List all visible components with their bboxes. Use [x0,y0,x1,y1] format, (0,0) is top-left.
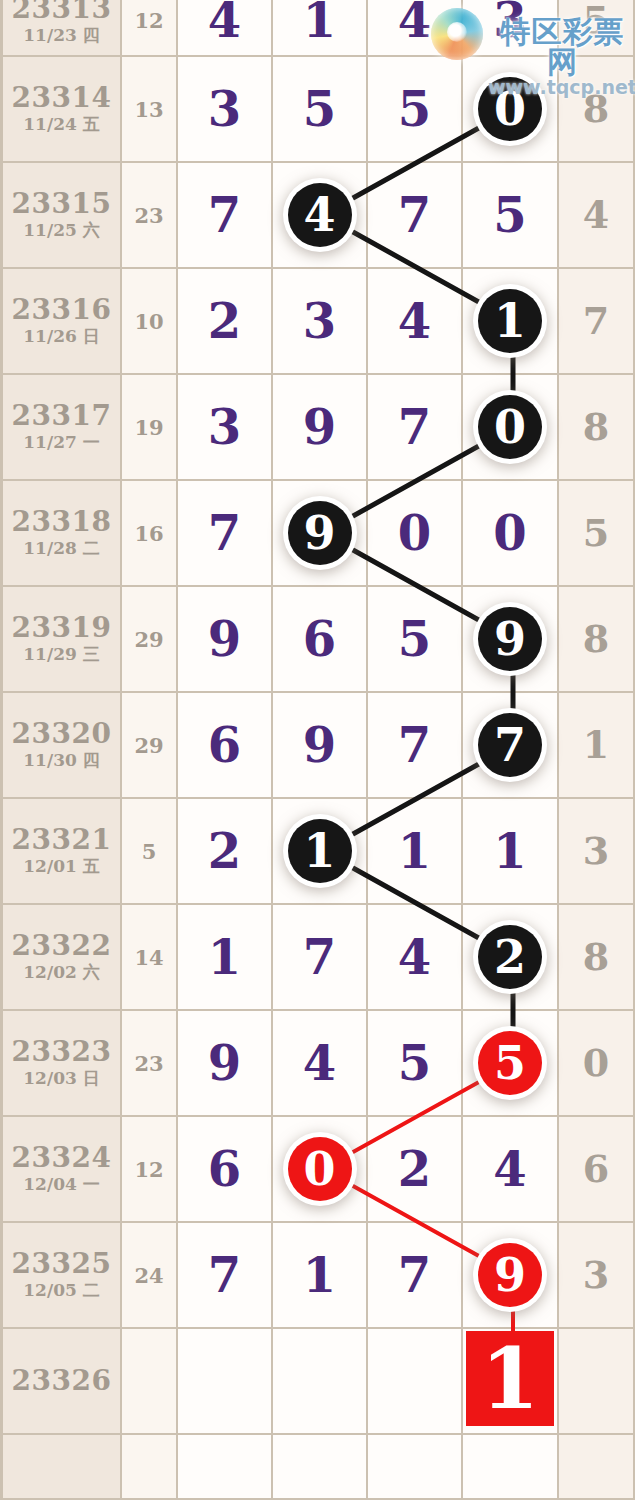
digit-cell: 6 [178,1117,273,1223]
table-row: 2331511/25 六2374754 [3,163,635,269]
draw-number: 23316 [12,294,112,326]
right-value: 5 [583,1,609,39]
right-value-cell: 1 [559,693,635,799]
draw-number: 23325 [12,1248,112,1280]
digit-cell [273,1435,368,1500]
table-row: 2332412/04 一1260246 [3,1117,635,1223]
digit: 2 [208,827,241,875]
left-value-cell: 10 [122,269,178,375]
highlight-circle: 2 [478,925,542,989]
draw-date: 11/29 三 [23,644,99,665]
left-value-cell: 13 [122,57,178,163]
left-value: 29 [134,627,163,652]
left-value-cell: 19 [122,375,178,481]
highlight-circle: 1 [478,289,542,353]
digit-cell: 7 [368,375,463,481]
digit-cell [368,1435,463,1500]
digit: 9 [208,1039,241,1087]
highlight-circle: 5 [478,1031,542,1095]
right-value: 8 [583,408,609,446]
left-value-cell: 23 [122,1011,178,1117]
draw-date: 11/28 二 [23,538,99,559]
clipped-content: 12 [122,0,176,57]
draw-number: 23314 [12,82,112,114]
issue-cell: 2331411/24 五 [3,57,122,163]
digit: 7 [398,403,431,451]
digit-cell: 1 [463,799,559,905]
left-value-cell: 24 [122,1223,178,1329]
digit-cell: 2 [178,799,273,905]
digit-cell: 1 [463,269,559,375]
digit-cell: 4 [463,1117,559,1223]
table-row: 2332212/02 六1417428 [3,905,635,1011]
digit-cell: 4 [368,0,463,57]
draw-date: 12/03 日 [23,1068,99,1089]
issue-cell: 2331311/23 四 [3,0,122,57]
right-value-cell: 0 [559,1011,635,1117]
right-value: 8 [583,620,609,658]
left-value-cell: 12 [122,1117,178,1223]
digit-cell: 1 [178,905,273,1011]
digit-cell: 9 [463,587,559,693]
clipped-content: 5 [559,0,633,57]
right-value-cell: 8 [559,375,635,481]
digit: 0 [493,509,526,557]
digit-cell: 5 [463,1011,559,1117]
right-value-cell [559,1435,635,1500]
digit: 3 [208,403,241,451]
right-value-cell: 5 [559,0,635,57]
clipped-content: 4 [368,0,461,57]
digit: 3 [303,297,336,345]
table-row: 2331911/29 三2996598 [3,587,635,693]
right-value: 8 [583,938,609,976]
digit: 5 [493,191,526,239]
digit-cell: 9 [178,587,273,693]
right-value: 3 [583,832,609,870]
issue-cell: 2331911/29 三 [3,587,122,693]
digit: 6 [208,721,241,769]
table-row: 2331611/26 日1023417 [3,269,635,375]
clipped-content: 3 [463,0,557,57]
highlight-circle: 9 [478,607,542,671]
left-value: 14 [134,945,163,970]
digit: 1 [303,1251,336,1299]
digit: 1 [303,0,336,44]
issue-cell: 2332112/01 五 [3,799,122,905]
digit-cell: 5 [463,163,559,269]
draw-number: 23317 [12,400,112,432]
draw-number: 23320 [12,718,112,750]
digit-cell: 0 [463,57,559,163]
draw-number: 23321 [12,824,112,856]
digit-cell: 5 [273,57,368,163]
right-value: 4 [583,196,609,234]
digit: 5 [398,85,431,133]
right-value: 8 [583,90,609,128]
left-value: 23 [134,1051,163,1076]
left-value-cell: 29 [122,587,178,693]
left-value-cell: 23 [122,163,178,269]
prediction-square: 1 [466,1331,554,1426]
digit: 4 [398,933,431,981]
issue-cell: 2332312/03 日 [3,1011,122,1117]
digit-cell: 3 [273,269,368,375]
draw-date: 12/05 二 [23,1280,99,1301]
draw-number: 23318 [12,506,112,538]
issue-cell: 2331611/26 日 [3,269,122,375]
digit: 9 [303,721,336,769]
digit-cell: 7 [273,905,368,1011]
issue-cell: 2331711/27 一 [3,375,122,481]
digit-cell: 3 [178,375,273,481]
table-row [3,1435,635,1500]
draw-number: 23313 [12,0,112,25]
highlight-circle: 1 [288,819,352,883]
digit: 1 [493,827,526,875]
digit-cell: 1 [368,799,463,905]
digit-cell [178,1329,273,1435]
digit: 7 [208,509,241,557]
right-value-cell: 3 [559,799,635,905]
draw-number: 23315 [12,188,112,220]
issue-cell: 2332212/02 六 [3,905,122,1011]
left-value: 29 [134,733,163,758]
digit-cell: 1 [273,0,368,57]
draw-date: 12/04 一 [23,1174,99,1195]
digit: 4 [208,0,241,44]
digit-cell: 7 [178,163,273,269]
highlight-circle: 0 [478,77,542,141]
table-row: 2331811/28 二1679005 [3,481,635,587]
right-value-cell: 8 [559,57,635,163]
left-value: 19 [134,415,163,440]
table-row: 2331311/23 四1241435 [3,0,635,57]
digit-cell: 4 [368,905,463,1011]
digit-cell: 7 [463,693,559,799]
table-row: 2331711/27 一1939708 [3,375,635,481]
left-value: 23 [134,203,163,228]
digit: 3 [493,0,526,44]
right-value: 0 [583,1044,609,1082]
table-row: 2332512/05 二2471793 [3,1223,635,1329]
digit-cell: 4 [273,163,368,269]
digit: 4 [398,297,431,345]
draw-date: 11/24 五 [23,114,99,135]
left-value-cell: 29 [122,693,178,799]
digit: 7 [303,933,336,981]
draw-date: 11/30 四 [23,750,99,771]
digit-cell: 2 [368,1117,463,1223]
digit-cell: 0 [463,481,559,587]
digit-cell: 0 [463,375,559,481]
issue-cell: 2332011/30 四 [3,693,122,799]
right-value-cell: 4 [559,163,635,269]
highlight-circle: 0 [478,395,542,459]
left-value: 10 [134,309,163,334]
digit: 7 [398,1251,431,1299]
digit-cell: 3 [463,0,559,57]
digit-cell: 9 [273,693,368,799]
digit-cell [178,1435,273,1500]
left-value-cell [122,1435,178,1500]
digit: 5 [303,85,336,133]
digit-cell: 7 [178,1223,273,1329]
left-value-cell: 14 [122,905,178,1011]
draw-number: 23319 [12,612,112,644]
table-row: 233261 [3,1329,635,1435]
trend-table: 2331311/23 四12414352331411/24 五133550823… [3,0,635,1500]
digit-cell: 0 [273,1117,368,1223]
right-value: 6 [583,1150,609,1188]
digit: 4 [398,0,431,44]
issue-cell: 2331811/28 二 [3,481,122,587]
left-value-cell: 16 [122,481,178,587]
digit: 4 [303,1039,336,1087]
digit-cell: 7 [368,163,463,269]
trend-chart: 2331311/23 四12414352331411/24 五133550823… [0,0,635,1500]
left-value: 16 [134,521,163,546]
clipped-content: 1 [273,0,366,57]
issue-cell: 2332512/05 二 [3,1223,122,1329]
draw-number: 23323 [12,1036,112,1068]
right-value-cell: 7 [559,269,635,375]
clipped-content: 2331311/23 四 [3,0,120,57]
digit: 2 [398,1145,431,1193]
digit-cell: 9 [273,481,368,587]
right-value: 7 [583,302,609,340]
digit: 5 [398,1039,431,1087]
right-value: 5 [583,514,609,552]
digit-cell: 6 [273,587,368,693]
draw-number: 23326 [12,1365,112,1397]
digit-cell: 7 [178,481,273,587]
digit-cell: 4 [178,0,273,57]
digit-cell: 9 [273,375,368,481]
highlight-circle: 7 [478,713,542,777]
left-value-cell: 5 [122,799,178,905]
table-row: 2332312/03 日2394550 [3,1011,635,1117]
right-value: 3 [583,1256,609,1294]
issue-cell: 2331511/25 六 [3,163,122,269]
digit-cell: 5 [368,57,463,163]
digit-cell: 1 [273,1223,368,1329]
digit: 5 [398,615,431,663]
digit-cell: 3 [178,57,273,163]
issue-cell [3,1435,122,1500]
digit: 1 [208,933,241,981]
right-value-cell: 3 [559,1223,635,1329]
issue-cell: 23326 [3,1329,122,1435]
digit-cell: 9 [463,1223,559,1329]
table-row: 2332011/30 四2969771 [3,693,635,799]
digit-cell: 6 [178,693,273,799]
digit-cell: 4 [368,269,463,375]
digit-cell [273,1329,368,1435]
digit-cell [463,1435,559,1500]
digit: 3 [208,85,241,133]
left-value: 13 [134,97,163,122]
digit: 7 [398,191,431,239]
table-row: 2332112/01 五521113 [3,799,635,905]
draw-date: 12/01 五 [23,856,99,877]
digit-cell: 2 [178,269,273,375]
highlight-circle: 9 [288,501,352,565]
right-value-cell: 8 [559,587,635,693]
draw-number: 23324 [12,1142,112,1174]
highlight-circle: 9 [478,1243,542,1307]
digit: 9 [208,615,241,663]
digit-cell: 7 [368,693,463,799]
left-value: 5 [142,839,157,864]
draw-date: 11/26 日 [23,326,99,347]
highlight-circle: 0 [288,1137,352,1201]
left-value: 12 [134,1157,163,1182]
digit-cell: 9 [178,1011,273,1117]
draw-number: 23322 [12,930,112,962]
digit-cell: 0 [368,481,463,587]
digit-cell: 5 [368,587,463,693]
left-value: 12 [134,8,163,33]
draw-date: 12/02 六 [23,962,99,983]
digit-cell [368,1329,463,1435]
digit: 1 [398,827,431,875]
digit-cell: 1 [463,1329,559,1435]
digit: 2 [208,297,241,345]
draw-date: 11/23 四 [23,25,99,46]
left-value-cell: 12 [122,0,178,57]
issue-cell: 2332412/04 一 [3,1117,122,1223]
right-value-cell [559,1329,635,1435]
digit: 9 [303,403,336,451]
clipped-content: 4 [178,0,271,57]
digit-cell: 2 [463,905,559,1011]
draw-date: 11/25 六 [23,220,99,241]
left-value: 24 [134,1263,163,1288]
draw-date: 11/27 一 [23,432,99,453]
digit: 4 [493,1145,526,1193]
right-value-cell: 8 [559,905,635,1011]
digit: 6 [303,615,336,663]
digit: 6 [208,1145,241,1193]
table-row: 2331411/24 五1335508 [3,57,635,163]
right-value-cell: 5 [559,481,635,587]
highlight-circle: 4 [288,183,352,247]
digit-cell: 7 [368,1223,463,1329]
digit: 0 [398,509,431,557]
left-value-cell [122,1329,178,1435]
digit-cell: 1 [273,799,368,905]
digit: 7 [208,1251,241,1299]
digit: 7 [208,191,241,239]
digit: 7 [398,721,431,769]
digit-cell: 4 [273,1011,368,1117]
digit-cell: 5 [368,1011,463,1117]
right-value: 1 [583,726,609,764]
right-value-cell: 6 [559,1117,635,1223]
